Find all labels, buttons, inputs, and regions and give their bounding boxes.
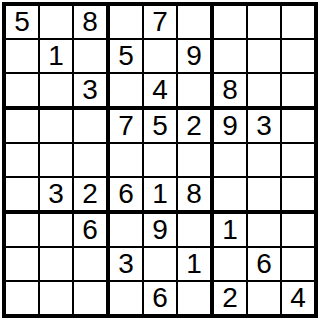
- sudoku-cell[interactable]: [178, 282, 214, 314]
- sudoku-cell[interactable]: 6: [110, 178, 144, 214]
- sudoku-page: 5871593487529332618691316624: [0, 0, 320, 320]
- sudoku-cell[interactable]: [214, 144, 248, 178]
- sudoku-cell[interactable]: 8: [74, 6, 110, 40]
- sudoku-cell[interactable]: 5: [110, 40, 144, 74]
- sudoku-cell[interactable]: [282, 144, 314, 178]
- sudoku-cell[interactable]: 1: [214, 214, 248, 248]
- sudoku-cell[interactable]: [110, 144, 144, 178]
- sudoku-cell[interactable]: 1: [178, 248, 214, 282]
- sudoku-cell[interactable]: 3: [74, 74, 110, 110]
- sudoku-cell[interactable]: [40, 144, 74, 178]
- sudoku-cell[interactable]: [144, 248, 178, 282]
- sudoku-cell[interactable]: 9: [178, 40, 214, 74]
- sudoku-cell[interactable]: 7: [110, 110, 144, 144]
- sudoku-cell[interactable]: [248, 74, 282, 110]
- sudoku-cell[interactable]: 4: [144, 74, 178, 110]
- sudoku-cell[interactable]: [248, 178, 282, 214]
- sudoku-cell[interactable]: [214, 6, 248, 40]
- sudoku-cell[interactable]: [6, 214, 40, 248]
- sudoku-cell[interactable]: [6, 74, 40, 110]
- sudoku-cell[interactable]: 3: [248, 110, 282, 144]
- sudoku-cell[interactable]: 7: [144, 6, 178, 40]
- sudoku-cell[interactable]: [282, 214, 314, 248]
- sudoku-cell[interactable]: 3: [110, 248, 144, 282]
- sudoku-cell[interactable]: [144, 144, 178, 178]
- sudoku-cell[interactable]: 2: [74, 178, 110, 214]
- sudoku-cell[interactable]: [282, 74, 314, 110]
- sudoku-cell[interactable]: [178, 144, 214, 178]
- sudoku-cell[interactable]: 2: [214, 282, 248, 314]
- sudoku-cell[interactable]: [282, 178, 314, 214]
- sudoku-cell[interactable]: [178, 6, 214, 40]
- sudoku-cell[interactable]: [6, 248, 40, 282]
- sudoku-cell[interactable]: [74, 248, 110, 282]
- sudoku-cell[interactable]: [110, 74, 144, 110]
- sudoku-cell[interactable]: [282, 40, 314, 74]
- sudoku-cell[interactable]: [74, 110, 110, 144]
- sudoku-cell[interactable]: 6: [74, 214, 110, 248]
- sudoku-cell[interactable]: 9: [144, 214, 178, 248]
- sudoku-cell[interactable]: [40, 110, 74, 144]
- sudoku-cell[interactable]: 6: [144, 282, 178, 314]
- sudoku-cell[interactable]: [248, 6, 282, 40]
- sudoku-cell[interactable]: [74, 40, 110, 74]
- sudoku-cell[interactable]: [214, 248, 248, 282]
- sudoku-cell[interactable]: 3: [40, 178, 74, 214]
- sudoku-cell[interactable]: [110, 214, 144, 248]
- sudoku-cell[interactable]: [248, 214, 282, 248]
- sudoku-cell[interactable]: [178, 74, 214, 110]
- sudoku-cell[interactable]: [248, 282, 282, 314]
- sudoku-cell[interactable]: [6, 144, 40, 178]
- sudoku-cell[interactable]: [248, 144, 282, 178]
- sudoku-cell[interactable]: 2: [178, 110, 214, 144]
- sudoku-cell[interactable]: [40, 74, 74, 110]
- sudoku-cell[interactable]: 8: [214, 74, 248, 110]
- sudoku-cell[interactable]: [214, 178, 248, 214]
- sudoku-board: 5871593487529332618691316624: [2, 2, 318, 318]
- sudoku-cell[interactable]: 6: [248, 248, 282, 282]
- sudoku-cell[interactable]: [6, 282, 40, 314]
- sudoku-cell[interactable]: [178, 214, 214, 248]
- sudoku-cell[interactable]: [40, 248, 74, 282]
- sudoku-cell[interactable]: 1: [144, 178, 178, 214]
- sudoku-cell[interactable]: 5: [6, 6, 40, 40]
- sudoku-cell[interactable]: [248, 40, 282, 74]
- sudoku-cell[interactable]: [40, 282, 74, 314]
- sudoku-cell[interactable]: [6, 178, 40, 214]
- sudoku-cell[interactable]: [282, 248, 314, 282]
- sudoku-cell[interactable]: [6, 40, 40, 74]
- sudoku-cell[interactable]: [6, 110, 40, 144]
- sudoku-cell[interactable]: 1: [40, 40, 74, 74]
- sudoku-cell[interactable]: [40, 6, 74, 40]
- sudoku-cell[interactable]: 4: [282, 282, 314, 314]
- sudoku-cell[interactable]: [40, 214, 74, 248]
- sudoku-cell[interactable]: [282, 6, 314, 40]
- sudoku-cell[interactable]: [74, 144, 110, 178]
- sudoku-cell[interactable]: 8: [178, 178, 214, 214]
- sudoku-cell[interactable]: [144, 40, 178, 74]
- sudoku-cell[interactable]: 5: [144, 110, 178, 144]
- sudoku-cell[interactable]: [282, 110, 314, 144]
- sudoku-cell[interactable]: [74, 282, 110, 314]
- sudoku-cell[interactable]: [110, 6, 144, 40]
- sudoku-cell[interactable]: [110, 282, 144, 314]
- sudoku-cell[interactable]: 9: [214, 110, 248, 144]
- sudoku-cell[interactable]: [214, 40, 248, 74]
